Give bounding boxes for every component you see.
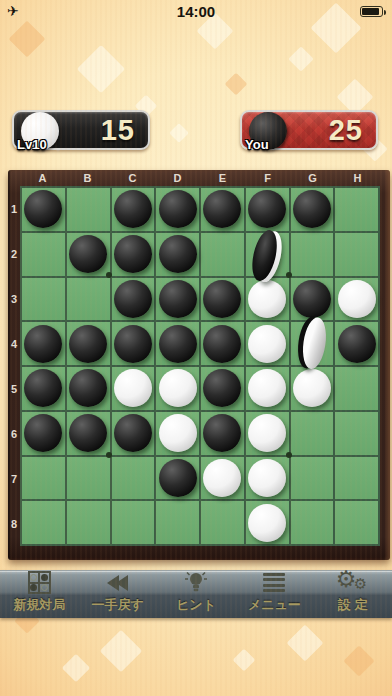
- disc-black: [203, 325, 241, 363]
- background-diamond: [225, 73, 248, 96]
- disc-black: [159, 280, 197, 318]
- disc-black: [69, 235, 107, 273]
- background-diamond: [169, 123, 189, 143]
- settings-label: 設 定: [338, 596, 368, 614]
- disc-black: [24, 190, 62, 228]
- cell-d4[interactable]: [156, 322, 199, 365]
- disc-white: [159, 369, 197, 407]
- row-label-1: 1: [8, 186, 20, 231]
- cell-f5[interactable]: [246, 367, 289, 410]
- disc-black: [159, 325, 197, 363]
- star-point: [286, 272, 292, 278]
- column-label-e: E: [200, 170, 245, 186]
- disc-black: [24, 369, 62, 407]
- disc-white: [248, 369, 286, 407]
- cell-c7[interactable]: [112, 457, 155, 500]
- cell-e4[interactable]: [201, 322, 244, 365]
- disc-white: [248, 459, 286, 497]
- cell-f4[interactable]: [246, 322, 289, 365]
- background-diamond: [9, 21, 46, 58]
- column-label-c: C: [110, 170, 155, 186]
- cell-b5[interactable]: [67, 367, 110, 410]
- disc-white: [248, 325, 286, 363]
- disc-black: [114, 414, 152, 452]
- hint-button[interactable]: ヒント: [157, 571, 235, 618]
- new-game-button[interactable]: 新規対局: [0, 571, 78, 618]
- star-point: [106, 272, 112, 278]
- cell-g6[interactable]: [291, 412, 334, 455]
- cell-a7[interactable]: [22, 457, 65, 500]
- disc-black: [293, 280, 331, 318]
- cell-a8[interactable]: [22, 501, 65, 544]
- cell-b8[interactable]: [67, 501, 110, 544]
- board-grid: [20, 186, 380, 546]
- app-screen: ✈ 14:00 Lv10 15 You 25 ABCDEFGH 12345678: [0, 0, 392, 696]
- new-game-label: 新規対局: [13, 596, 65, 614]
- menu-label: メニュー: [248, 596, 301, 614]
- disc-white: [203, 459, 241, 497]
- row-label-2: 2: [8, 231, 20, 276]
- cell-a2[interactable]: [22, 233, 65, 276]
- background-diamond: [288, 46, 313, 71]
- cell-a6[interactable]: [22, 412, 65, 455]
- column-label-h: H: [335, 170, 380, 186]
- menu-button[interactable]: メニュー: [235, 571, 313, 618]
- cell-e1[interactable]: [201, 188, 244, 231]
- cell-e7[interactable]: [201, 457, 244, 500]
- disc-black: [293, 190, 331, 228]
- column-label-a: A: [20, 170, 65, 186]
- column-label-b: B: [65, 170, 110, 186]
- white-player-name: Lv10: [17, 137, 47, 152]
- background-diamond: [287, 625, 324, 662]
- cell-h3[interactable]: [335, 278, 378, 321]
- cell-d7[interactable]: [156, 457, 199, 500]
- row-label-7: 7: [8, 456, 20, 501]
- undo-move-button[interactable]: 一手戻す: [78, 571, 156, 618]
- background-diamond: [77, 45, 125, 93]
- cell-h1[interactable]: [335, 188, 378, 231]
- bottom-toolbar: 新規対局 一手戻す ヒント: [0, 570, 392, 618]
- cell-f8[interactable]: [246, 501, 289, 544]
- disc-black: [114, 190, 152, 228]
- disc-black: [203, 190, 241, 228]
- column-label-d: D: [155, 170, 200, 186]
- disc-white: [293, 369, 331, 407]
- new-game-board-icon: [28, 571, 51, 594]
- cell-d6[interactable]: [156, 412, 199, 455]
- disc-black: [69, 325, 107, 363]
- white-player-score-panel: Lv10 15: [12, 110, 150, 150]
- column-label-g: G: [290, 170, 335, 186]
- cell-b4[interactable]: [67, 322, 110, 365]
- disc-black: [114, 280, 152, 318]
- disc-flipping-black-face: [248, 228, 286, 285]
- disc-white: [159, 414, 197, 452]
- disc-black: [24, 414, 62, 452]
- cell-g5[interactable]: [291, 367, 334, 410]
- cell-b7[interactable]: [67, 457, 110, 500]
- cell-h8[interactable]: [335, 501, 378, 544]
- disc-black: [159, 235, 197, 273]
- disc-black: [203, 414, 241, 452]
- cell-b2[interactable]: [67, 233, 110, 276]
- cell-h6[interactable]: [335, 412, 378, 455]
- cell-h4[interactable]: [335, 322, 378, 365]
- disc-black: [203, 280, 241, 318]
- disc-white: [248, 504, 286, 542]
- cell-b1[interactable]: [67, 188, 110, 231]
- lightbulb-icon: [184, 570, 208, 594]
- cell-g1[interactable]: [291, 188, 334, 231]
- battery-icon: [360, 6, 383, 17]
- cell-e6[interactable]: [201, 412, 244, 455]
- cell-c8[interactable]: [112, 501, 155, 544]
- disc-black: [114, 325, 152, 363]
- cell-h5[interactable]: [335, 367, 378, 410]
- cell-h2[interactable]: [335, 233, 378, 276]
- hint-label: ヒント: [176, 596, 216, 614]
- cell-d2[interactable]: [156, 233, 199, 276]
- cell-d5[interactable]: [156, 367, 199, 410]
- row-label-6: 6: [8, 411, 20, 456]
- cell-f2[interactable]: [246, 233, 289, 276]
- cell-c1[interactable]: [112, 188, 155, 231]
- cell-f7[interactable]: [246, 457, 289, 500]
- disc-white: [338, 280, 376, 318]
- row-label-8: 8: [8, 501, 20, 546]
- disc-black: [69, 414, 107, 452]
- cell-a5[interactable]: [22, 367, 65, 410]
- row-label-3: 3: [8, 276, 20, 321]
- disc-black: [203, 369, 241, 407]
- disc-black: [24, 325, 62, 363]
- cell-a4[interactable]: [22, 322, 65, 365]
- disc-black: [114, 235, 152, 273]
- gears-icon: ⚙⚙: [336, 570, 370, 594]
- cell-e3[interactable]: [201, 278, 244, 321]
- cell-f3[interactable]: [246, 278, 289, 321]
- background-diamond: [62, 654, 90, 682]
- disc-black: [69, 369, 107, 407]
- othello-board: ABCDEFGH 12345678: [8, 170, 390, 560]
- cell-c5[interactable]: [112, 367, 155, 410]
- status-bar: ✈ 14:00: [0, 0, 392, 20]
- cell-a1[interactable]: [22, 188, 65, 231]
- cell-g4[interactable]: [291, 322, 334, 365]
- cell-e5[interactable]: [201, 367, 244, 410]
- disc-black: [338, 325, 376, 363]
- row-labels: 12345678: [8, 186, 20, 546]
- cell-f6[interactable]: [246, 412, 289, 455]
- cell-c3[interactable]: [112, 278, 155, 321]
- column-labels: ABCDEFGH: [20, 170, 380, 186]
- star-point: [286, 452, 292, 458]
- disc-white: [114, 369, 152, 407]
- cell-c6[interactable]: [112, 412, 155, 455]
- cell-f1[interactable]: [246, 188, 289, 231]
- settings-button[interactable]: ⚙⚙ 設 定: [314, 571, 392, 618]
- disc-white: [248, 414, 286, 452]
- cell-e2[interactable]: [201, 233, 244, 276]
- row-label-5: 5: [8, 366, 20, 411]
- cell-d1[interactable]: [156, 188, 199, 231]
- cell-e8[interactable]: [201, 501, 244, 544]
- black-player-score: 25: [329, 114, 363, 147]
- disc-black: [159, 459, 197, 497]
- undo-move-label: 一手戻す: [91, 596, 143, 614]
- cell-a3[interactable]: [22, 278, 65, 321]
- background-diamond: [343, 645, 374, 676]
- cell-c2[interactable]: [112, 233, 155, 276]
- cell-g7[interactable]: [291, 457, 334, 500]
- cell-b3[interactable]: [67, 278, 110, 321]
- disc-black: [159, 190, 197, 228]
- status-time: 14:00: [0, 3, 392, 20]
- cell-g8[interactable]: [291, 501, 334, 544]
- black-player-score-panel: You 25: [240, 110, 378, 150]
- cell-c4[interactable]: [112, 322, 155, 365]
- disc-black: [248, 190, 286, 228]
- cell-d3[interactable]: [156, 278, 199, 321]
- cell-g2[interactable]: [291, 233, 334, 276]
- background-diamond: [100, 630, 142, 672]
- row-label-4: 4: [8, 321, 20, 366]
- column-label-f: F: [245, 170, 290, 186]
- rewind-icon: [107, 571, 128, 594]
- star-point: [106, 452, 112, 458]
- black-player-name: You: [245, 137, 269, 152]
- background-diamond: [233, 649, 256, 672]
- cell-d8[interactable]: [156, 501, 199, 544]
- cell-g3[interactable]: [291, 278, 334, 321]
- disc-white: [248, 280, 286, 318]
- disc-flipping-white-face: [295, 315, 329, 370]
- white-player-score: 15: [101, 114, 135, 147]
- cell-b6[interactable]: [67, 412, 110, 455]
- menu-lines-icon: [263, 571, 285, 594]
- cell-h7[interactable]: [335, 457, 378, 500]
